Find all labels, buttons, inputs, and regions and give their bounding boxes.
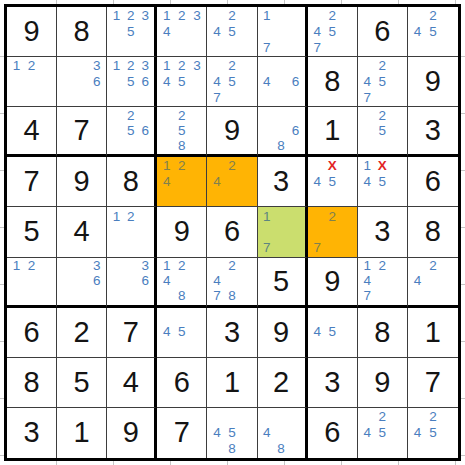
candidate-slot-8 xyxy=(124,289,138,304)
candidate-4: 4 xyxy=(360,74,375,90)
cell-r4c4[interactable]: 124 xyxy=(157,157,207,207)
candidate-slot-2 xyxy=(224,409,239,425)
candidate-7: 7 xyxy=(209,90,224,106)
candidate-slot-6 xyxy=(138,224,152,240)
candidate-slot-9 xyxy=(340,340,355,356)
candidate-slot-1 xyxy=(410,8,425,24)
candidate-grid: 27 xyxy=(308,207,357,256)
cell-r6c3[interactable]: 36 xyxy=(107,258,157,308)
value-digit: 8 xyxy=(324,67,340,96)
candidate-3: 3 xyxy=(138,58,152,74)
cell-r8c8[interactable]: 9 xyxy=(358,358,408,408)
candidate-slot-2 xyxy=(274,8,288,24)
cell-r2c5[interactable]: 2457 xyxy=(207,57,257,107)
candidate-slot-7 xyxy=(260,138,274,153)
candidate-4: 4 xyxy=(209,24,224,40)
cell-r5c3[interactable]: 12 xyxy=(107,207,157,257)
candidate-slot-1 xyxy=(59,58,74,74)
candidate-grid: 68 xyxy=(258,107,305,154)
candidate-slot-4 xyxy=(109,74,123,90)
candidate-4: 4 xyxy=(159,174,174,190)
candidate-slot-7 xyxy=(9,289,24,304)
value-digit: 1 xyxy=(224,368,240,397)
candidate-slot-7 xyxy=(410,289,425,304)
candidate-slot-3 xyxy=(441,409,456,425)
candidate-slot-8 xyxy=(325,190,340,206)
cell-r8c4[interactable]: 6 xyxy=(157,358,207,408)
candidate-8: 8 xyxy=(224,441,239,457)
cell-r9c7[interactable]: 6 xyxy=(308,408,358,458)
cell-r7c6[interactable]: 9 xyxy=(258,308,308,358)
cell-r3c5[interactable]: 9 xyxy=(207,107,257,157)
value-digit: 9 xyxy=(174,217,190,246)
cell-r2c9[interactable]: 9 xyxy=(408,57,458,107)
cell-r8c9[interactable]: 7 xyxy=(408,358,458,408)
candidate-1: 1 xyxy=(109,8,123,24)
cell-r8c2[interactable]: 5 xyxy=(57,358,107,408)
candidate-slot-4 xyxy=(260,24,274,40)
candidate-5: 5 xyxy=(325,24,340,40)
candidate-2: 2 xyxy=(174,108,189,123)
cell-r2c1[interactable]: 12 xyxy=(7,57,57,107)
candidate-1: 1 xyxy=(109,58,123,74)
cell-r4c6[interactable]: 3 xyxy=(258,157,308,207)
candidate-slot-6 xyxy=(240,174,255,190)
candidate-slot-6 xyxy=(340,24,355,40)
candidate-slot-5 xyxy=(224,174,239,190)
candidate-slot-5 xyxy=(174,174,189,190)
candidate-3: 3 xyxy=(89,259,104,274)
candidate-slot-3 xyxy=(288,108,302,123)
candidate-slot-5 xyxy=(174,274,189,289)
candidate-5: 5 xyxy=(224,74,239,90)
cell-r6c5[interactable]: 2478 xyxy=(207,258,257,308)
cell-r2c2[interactable]: 36 xyxy=(57,57,107,107)
candidate-4: 4 xyxy=(209,74,224,90)
candidate-grid: 36 xyxy=(107,258,154,305)
candidate-slot-1 xyxy=(410,259,425,274)
candidate-slot-5 xyxy=(274,24,288,40)
cell-r3c1[interactable]: 4 xyxy=(7,107,57,157)
cell-r9c1[interactable]: 3 xyxy=(7,408,57,458)
candidate-slot-5 xyxy=(74,74,89,90)
candidate-slot-3 xyxy=(390,58,405,74)
candidate-grid: 25 xyxy=(358,107,407,154)
cell-r3c6[interactable]: 68 xyxy=(258,107,308,157)
candidate-slot-7 xyxy=(109,138,123,153)
candidate-slot-3 xyxy=(340,208,355,224)
candidate-grid: 1247 xyxy=(358,258,407,305)
candidate-slot-3 xyxy=(240,409,255,425)
cell-r9c8[interactable]: 245 xyxy=(358,408,408,458)
cell-r6c6[interactable]: 5 xyxy=(258,258,308,308)
candidate-slot-4 xyxy=(59,74,74,90)
candidate-3: 3 xyxy=(189,8,204,24)
candidate-slot-9 xyxy=(189,190,204,206)
value-digit: 6 xyxy=(374,17,390,46)
cell-r1c1[interactable]: 9 xyxy=(7,7,57,57)
candidate-slot-9 xyxy=(138,39,152,55)
candidate-slot-7 xyxy=(159,289,174,304)
candidate-slot-5 xyxy=(24,74,39,90)
cell-r8c5[interactable]: 1 xyxy=(207,358,257,408)
candidate-grid: 36 xyxy=(57,57,106,106)
candidate-slot-7 xyxy=(59,289,74,304)
candidate-slot-6 xyxy=(390,274,405,289)
candidate-grid: 2457 xyxy=(308,7,357,56)
cell-r4c5[interactable]: 24 xyxy=(207,157,257,207)
cell-r9c2[interactable]: 1 xyxy=(57,408,107,458)
candidate-slot-5 xyxy=(224,274,239,289)
cell-r3c9[interactable]: 3 xyxy=(408,107,458,157)
cell-r7c8[interactable]: 8 xyxy=(358,308,408,358)
candidate-4: 4 xyxy=(310,324,325,340)
candidate-slot-7 xyxy=(109,240,123,256)
candidate-slot-8 xyxy=(224,190,239,206)
candidate-grid: 245 xyxy=(408,408,458,458)
candidate-slot-7 xyxy=(9,90,24,106)
cell-r3c3[interactable]: 256 xyxy=(107,107,157,157)
candidate-slot-6 xyxy=(390,174,405,190)
cell-r5c9[interactable]: 8 xyxy=(408,207,458,257)
cell-r4c1[interactable]: 7 xyxy=(7,157,57,207)
cell-r5c4[interactable]: 9 xyxy=(157,207,207,257)
candidate-grid: 24 xyxy=(207,157,256,206)
candidate-slot-1 xyxy=(209,409,224,425)
cell-r6c9[interactable]: 24 xyxy=(408,258,458,308)
value-digit: 1 xyxy=(425,318,441,347)
background-gridlines-bottom xyxy=(0,461,465,465)
cell-r6c8[interactable]: 1247 xyxy=(358,258,408,308)
candidate-slot-2 xyxy=(74,259,89,274)
candidate-2: 2 xyxy=(174,58,189,74)
candidate-slot-1 xyxy=(310,309,325,325)
candidate-slot-6 xyxy=(138,24,152,40)
candidate-2: 2 xyxy=(174,259,189,274)
candidate-5: 5 xyxy=(425,24,440,40)
candidate-1: 1 xyxy=(159,58,174,74)
cell-r5c7[interactable]: 27 xyxy=(308,207,358,257)
value-digit: 6 xyxy=(425,167,441,196)
cell-r7c1[interactable]: 6 xyxy=(7,308,57,358)
candidate-slot-7 xyxy=(360,138,375,153)
candidate-slot-9 xyxy=(39,289,54,304)
candidate-4: 4 xyxy=(410,274,425,289)
candidate-slot-1 xyxy=(410,409,425,425)
cell-r2c6[interactable]: 46 xyxy=(258,57,308,107)
candidate-grid: 1234 xyxy=(157,7,206,56)
cell-r8c3[interactable]: 4 xyxy=(107,358,157,408)
value-digit: 4 xyxy=(23,116,39,145)
cell-r7c4[interactable]: 45 xyxy=(157,308,207,358)
cell-r1c6[interactable]: 17 xyxy=(258,7,308,57)
candidate-slot-8 xyxy=(274,90,288,106)
cell-r6c4[interactable]: 1248 xyxy=(157,258,207,308)
candidate-slot-6 xyxy=(240,425,255,441)
value-digit: 8 xyxy=(74,17,90,46)
candidate-slot-8 xyxy=(74,289,89,304)
cell-r3c4[interactable]: 258 xyxy=(157,107,207,157)
cell-r5c6[interactable]: 17 xyxy=(258,207,308,257)
value-digit: 6 xyxy=(224,217,240,246)
cell-r9c9[interactable]: 245 xyxy=(408,408,458,458)
candidate-grid: 1X45 xyxy=(358,157,407,206)
candidate-slot-9 xyxy=(288,90,302,106)
candidate-grid: 458 xyxy=(207,408,256,458)
candidate-slot-9 xyxy=(288,441,302,457)
candidate-slot-9 xyxy=(240,190,255,206)
value-digit: 3 xyxy=(374,217,390,246)
candidate-slot-4 xyxy=(310,224,325,240)
candidate-slot-6 xyxy=(189,123,204,138)
candidate-slot-9 xyxy=(138,289,152,304)
cell-r6c2[interactable]: 36 xyxy=(57,258,107,308)
candidate-2: 2 xyxy=(375,409,390,425)
value-digit: 7 xyxy=(74,116,90,145)
candidate-slot-8 xyxy=(174,190,189,206)
candidate-1: 1 xyxy=(159,259,174,274)
candidate-grid: 48 xyxy=(258,408,305,458)
candidate-grid: 17 xyxy=(258,7,305,56)
candidate-slot-3 xyxy=(240,259,255,274)
cell-r9c6[interactable]: 48 xyxy=(258,408,308,458)
cell-r6c7[interactable]: 9 xyxy=(308,258,358,308)
candidate-slot-6 xyxy=(441,274,456,289)
candidate-2: 2 xyxy=(325,8,340,24)
cell-r1c8[interactable]: 6 xyxy=(358,7,408,57)
cell-r7c7[interactable]: 45 xyxy=(308,308,358,358)
candidate-1: 1 xyxy=(159,158,174,174)
candidate-slot-3 xyxy=(340,8,355,24)
cell-r2c3[interactable]: 12356 xyxy=(107,57,157,107)
candidate-grid: 12 xyxy=(107,207,154,256)
cell-r5c8[interactable]: 3 xyxy=(358,207,408,257)
candidate-slot-6 xyxy=(39,74,54,90)
value-digit: 7 xyxy=(174,418,190,447)
cell-r4c2[interactable]: 9 xyxy=(57,157,107,207)
value-digit: 5 xyxy=(273,267,289,296)
candidate-slot-8 xyxy=(375,90,390,106)
candidate-slot-3 xyxy=(340,309,355,325)
value-digit: 9 xyxy=(273,318,289,347)
candidate-slot-9 xyxy=(441,441,456,457)
candidate-slot-6 xyxy=(189,24,204,40)
candidate-slot-9 xyxy=(138,90,152,106)
cell-r2c7[interactable]: 8 xyxy=(308,57,358,107)
candidate-slot-9 xyxy=(240,39,255,55)
candidate-slot-8 xyxy=(124,240,138,256)
candidate-slot-8 xyxy=(375,441,390,457)
candidate-slot-7 xyxy=(159,39,174,55)
candidate-4: 4 xyxy=(410,425,425,441)
candidate-slot-7 xyxy=(260,90,274,106)
cell-r1c7[interactable]: 2457 xyxy=(308,7,358,57)
candidate-slot-7 xyxy=(310,190,325,206)
candidate-slot-8 xyxy=(425,441,440,457)
cell-r3c8[interactable]: 25 xyxy=(358,107,408,157)
candidate-slot-1 xyxy=(310,208,325,224)
cell-r5c5[interactable]: 6 xyxy=(207,207,257,257)
candidate-slot-5 xyxy=(124,224,138,240)
cell-r1c5[interactable]: 245 xyxy=(207,7,257,57)
candidate-1: 1 xyxy=(109,208,123,224)
candidate-slot-7 xyxy=(159,90,174,106)
cell-r6c1[interactable]: 12 xyxy=(7,258,57,308)
candidate-slot-8 xyxy=(224,39,239,55)
candidate-6: 6 xyxy=(288,74,302,90)
candidate-grid: 12 xyxy=(7,258,56,305)
candidate-slot-3 xyxy=(288,208,302,224)
candidate-slot-5 xyxy=(274,425,288,441)
cell-r5c1[interactable]: 5 xyxy=(7,207,57,257)
candidate-grid: 245 xyxy=(207,7,256,56)
value-digit: 1 xyxy=(324,116,340,145)
candidate-slot-2 xyxy=(274,108,288,123)
candidate-slot-6 xyxy=(39,274,54,289)
candidate-2: 2 xyxy=(375,259,390,274)
candidate-7: 7 xyxy=(310,240,325,256)
cell-r8c6[interactable]: 2 xyxy=(258,358,308,408)
candidate-5: 5 xyxy=(375,74,390,90)
candidate-slot-9 xyxy=(340,190,355,206)
cell-r7c3[interactable]: 7 xyxy=(107,308,157,358)
cell-r4c8[interactable]: 1X45 xyxy=(358,157,408,207)
cell-r4c7[interactable]: X45 xyxy=(308,157,358,207)
candidate-slot-6 xyxy=(189,174,204,190)
cell-r9c3[interactable]: 9 xyxy=(107,408,157,458)
cell-r9c4[interactable]: 7 xyxy=(157,408,207,458)
cell-r3c2[interactable]: 7 xyxy=(57,107,107,157)
candidate-slot-6 xyxy=(441,24,456,40)
candidate-8: 8 xyxy=(174,138,189,153)
candidate-slot-9 xyxy=(240,441,255,457)
candidate-slot-9 xyxy=(390,138,405,153)
candidate-slot-2 xyxy=(325,309,340,325)
candidate-slot-3 xyxy=(390,259,405,274)
cell-r7c5[interactable]: 3 xyxy=(207,308,257,358)
candidate-slot-9 xyxy=(390,90,405,106)
candidate-slot-1 xyxy=(209,259,224,274)
candidate-slot-3 xyxy=(240,8,255,24)
candidate-slot-1 xyxy=(360,409,375,425)
candidate-slot-3 xyxy=(390,158,405,174)
cell-r1c9[interactable]: 245 xyxy=(408,7,458,57)
candidate-2: 2 xyxy=(224,158,239,174)
candidate-slot-6 xyxy=(189,274,204,289)
cell-r4c9[interactable]: 6 xyxy=(408,157,458,207)
value-digit: 8 xyxy=(123,167,139,196)
candidate-1: 1 xyxy=(9,58,24,74)
candidate-slot-6 xyxy=(240,74,255,90)
value-digit: 9 xyxy=(425,67,441,96)
cell-r9c5[interactable]: 458 xyxy=(207,408,257,458)
candidate-5: 5 xyxy=(174,123,189,138)
cell-r1c2[interactable]: 8 xyxy=(57,7,107,57)
candidate-slot-1 xyxy=(260,58,274,74)
candidate-7: 7 xyxy=(360,289,375,304)
candidate-slot-8 xyxy=(24,289,39,304)
candidate-slot-8 xyxy=(425,39,440,55)
candidate-slot-9 xyxy=(288,39,302,55)
candidate-4: 4 xyxy=(310,174,325,190)
candidate-slot-7 xyxy=(360,441,375,457)
candidate-slot-2 xyxy=(74,58,89,74)
candidate-2: 2 xyxy=(174,158,189,174)
candidate-slot-9 xyxy=(390,441,405,457)
candidate-slot-1 xyxy=(109,108,123,123)
value-digit: 8 xyxy=(374,318,390,347)
candidate-slot-9 xyxy=(189,39,204,55)
candidate-slot-2 xyxy=(274,208,288,224)
candidate-5: 5 xyxy=(124,74,138,90)
value-digit: 6 xyxy=(23,318,39,347)
value-digit: 4 xyxy=(74,217,90,246)
cell-r7c9[interactable]: 1 xyxy=(408,308,458,358)
candidate-5: 5 xyxy=(174,74,189,90)
candidate-slot-3 xyxy=(39,58,54,74)
candidate-slot-5 xyxy=(174,24,189,40)
cell-r2c4[interactable]: 12345 xyxy=(157,57,207,107)
cell-r2c8[interactable]: 2457 xyxy=(358,57,408,107)
candidate-2: 2 xyxy=(124,58,138,74)
candidate-grid: 1235 xyxy=(107,7,154,56)
candidate-4: 4 xyxy=(360,425,375,441)
candidate-slot-3 xyxy=(288,409,302,425)
candidate-slot-8 xyxy=(174,90,189,106)
cell-r1c4[interactable]: 1234 xyxy=(157,7,207,57)
value-digit: 9 xyxy=(224,116,240,145)
candidate-grid: 2457 xyxy=(207,57,256,106)
candidate-slot-3 xyxy=(138,108,152,123)
cell-r3c7[interactable]: 1 xyxy=(308,107,358,157)
candidate-grid: 124 xyxy=(157,157,206,206)
candidate-5: 5 xyxy=(325,324,340,340)
cell-r8c7[interactable]: 3 xyxy=(308,358,358,408)
candidate-slot-1 xyxy=(109,259,123,274)
cell-r1c3[interactable]: 1235 xyxy=(107,7,157,57)
candidate-5: 5 xyxy=(124,24,138,40)
candidate-slot-9 xyxy=(288,240,302,256)
candidate-slot-1 xyxy=(260,108,274,123)
candidate-slot-7 xyxy=(209,190,224,206)
candidate-slot-4 xyxy=(260,224,274,240)
cell-r8c1[interactable]: 8 xyxy=(7,358,57,408)
value-digit: 1 xyxy=(74,418,90,447)
candidate-slot-7 xyxy=(159,340,174,356)
candidate-slot-4 xyxy=(109,24,123,40)
cell-r5c2[interactable]: 4 xyxy=(57,207,107,257)
candidate-slot-8 xyxy=(375,190,390,206)
candidate-slot-9 xyxy=(240,90,255,106)
candidate-3: 3 xyxy=(138,8,152,24)
candidate-slot-8 xyxy=(425,289,440,304)
candidate-slot-4 xyxy=(109,123,123,138)
candidate-slot-4 xyxy=(109,224,123,240)
candidate-1: 1 xyxy=(159,8,174,24)
cell-r7c2[interactable]: 2 xyxy=(57,308,107,358)
candidate-4: 4 xyxy=(159,74,174,90)
candidate-grid: 24 xyxy=(408,258,458,305)
candidate-slot-3 xyxy=(240,158,255,174)
candidate-grid: 12356 xyxy=(107,57,154,106)
candidate-grid: 12345 xyxy=(157,57,206,106)
candidate-slot-9 xyxy=(89,289,104,304)
candidate-slot-2 xyxy=(274,409,288,425)
candidate-slot-8 xyxy=(274,39,288,55)
cell-r4c3[interactable]: 8 xyxy=(107,157,157,207)
candidate-slot-7 xyxy=(109,39,123,55)
candidate-2: 2 xyxy=(174,8,189,24)
